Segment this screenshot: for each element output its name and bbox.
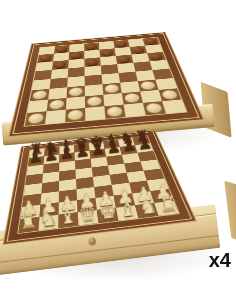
- chess-square-d1: ♛: [78, 210, 99, 226]
- chess-board-frame: ♜♞♝♛♚♝♞♜♟♟♟♟♟♟♟♟♟♟♟♟♟♟♟♟♜♞♝♛♚♝♞♜: [2, 130, 197, 245]
- checkers-square-f4: [119, 72, 138, 83]
- black-pawn-piece: ♟: [136, 136, 152, 153]
- chess-square-a5: [25, 173, 43, 185]
- checkers-square-c5: [68, 67, 85, 77]
- dark-checker: [118, 56, 131, 63]
- chess-square-c5: [59, 170, 76, 182]
- black-pawn-piece: ♟: [121, 137, 137, 154]
- white-queen-piece: ♛: [77, 203, 97, 225]
- chess-square-b5: [42, 171, 59, 183]
- black-pawn-piece: ♟: [58, 145, 74, 162]
- light-checker: [32, 90, 47, 99]
- chess-square-d5: [75, 168, 92, 179]
- checkers-square-a5: [34, 70, 52, 81]
- white-bishop-piece: ♝: [117, 198, 137, 220]
- chess-board-perspective: ♜♞♝♛♚♝♞♜♟♟♟♟♟♟♟♟♟♟♟♟♟♟♟♟♜♞♝♛♚♝♞♜: [4, 88, 182, 266]
- dark-checker: [101, 49, 114, 56]
- chess-square-e1: ♚: [97, 208, 119, 223]
- chess-board: ♜♞♝♛♚♝♞♜♟♟♟♟♟♟♟♟♟♟♟♟♟♟♟♟♜♞♝♛♚♝♞♜: [18, 136, 178, 233]
- black-pawn-piece: ♟: [105, 139, 121, 156]
- checkers-square-f6: [116, 55, 134, 65]
- white-rook-piece: ♜: [157, 193, 177, 215]
- white-king-piece: ♚: [97, 201, 117, 223]
- chess-square-b7: ♟: [44, 154, 60, 164]
- white-bishop-piece: ♝: [57, 206, 77, 228]
- product-image: ♜♞♝♛♚♝♞♜♟♟♟♟♟♟♟♟♟♟♟♟♟♟♟♟♜♞♝♛♚♝♞♜ x4: [0, 0, 236, 305]
- pack-quantity-badge: x4: [209, 249, 231, 272]
- checkers-square-h5: [150, 60, 170, 70]
- white-rook-piece: ♜: [17, 211, 37, 233]
- white-knight-piece: ♞: [137, 196, 157, 218]
- chess-square-c1: ♝: [58, 212, 78, 228]
- white-knight-piece: ♞: [37, 208, 57, 230]
- checkers-square-a4: [32, 79, 51, 90]
- dark-checker: [54, 61, 67, 68]
- dark-checker: [132, 47, 145, 54]
- dark-checker: [149, 53, 163, 60]
- dark-checker: [71, 52, 83, 59]
- chess-box: ♜♞♝♛♚♝♞♜♟♟♟♟♟♟♟♟♟♟♟♟♟♟♟♟♜♞♝♛♚♝♞♜: [0, 80, 236, 305]
- light-checker: [105, 84, 120, 93]
- chess-square-a1: ♜: [18, 217, 39, 233]
- black-pawn-piece: ♟: [74, 143, 90, 160]
- black-pawn-piece: ♟: [89, 141, 105, 158]
- checkers-square-d5: [85, 66, 102, 76]
- chess-square-g1: ♞: [135, 203, 158, 218]
- chess-square-f1: ♝: [116, 205, 139, 220]
- black-pawn-piece: ♟: [43, 147, 59, 164]
- checkers-square-e5: [101, 64, 119, 74]
- black-pawn-piece: ♟: [27, 149, 43, 166]
- chess-box-right-side: [224, 181, 236, 248]
- light-checker: [69, 87, 83, 96]
- chess-square-b1: ♞: [38, 215, 58, 231]
- dark-checker: [86, 58, 99, 65]
